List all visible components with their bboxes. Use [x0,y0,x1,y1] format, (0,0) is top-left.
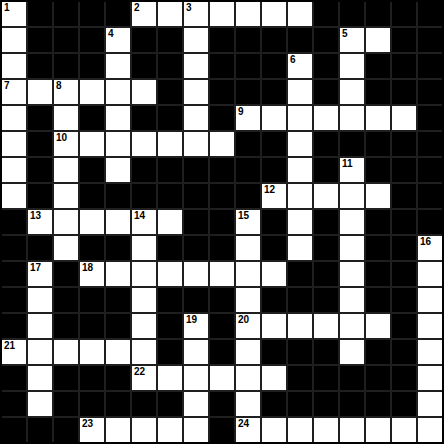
black-cell-r14c12 [314,366,338,390]
black-cell-r13c11 [288,340,312,364]
clue-number-13: 13 [30,210,41,221]
black-cell-r10c2 [54,262,78,286]
white-cell-r4c9[interactable]: 9 [236,106,260,130]
black-cell-r15c5 [132,392,156,416]
black-cell-r7c9 [236,184,260,208]
black-cell-r5c16 [418,132,442,156]
black-cell-r12c0 [2,314,26,338]
black-cell-r2c12 [314,54,338,78]
black-cell-r15c15 [392,392,416,416]
white-cell-r3c7[interactable] [184,80,208,104]
black-cell-r8c16 [418,210,442,234]
white-cell-r16c4[interactable] [106,418,130,442]
white-cell-r5c3[interactable] [80,132,104,156]
black-cell-r13c8 [210,340,234,364]
black-cell-r14c13 [340,366,364,390]
white-cell-r4c14[interactable] [366,106,390,130]
black-cell-r1c16 [418,28,442,52]
black-cell-r2c14 [366,54,390,78]
black-cell-r8c12 [314,210,338,234]
black-cell-r2c15 [392,54,416,78]
black-cell-r6c15 [392,158,416,182]
clue-number-20: 20 [238,314,249,325]
black-cell-r9c1 [28,236,52,260]
black-cell-r4c6 [158,106,182,130]
white-cell-r1c13[interactable]: 5 [340,28,364,52]
white-cell-r5c11[interactable] [288,132,312,156]
white-cell-r14c10[interactable] [262,366,286,390]
black-cell-r1c12 [314,28,338,52]
black-cell-r15c3 [80,392,104,416]
clue-number-4: 4 [108,28,114,39]
white-cell-r10c6[interactable] [158,262,182,286]
white-cell-r8c13[interactable] [340,210,364,234]
black-cell-r10c11 [288,262,312,286]
clue-number-6: 6 [290,54,296,65]
white-cell-r8c4[interactable] [106,210,130,234]
white-cell-r16c15[interactable] [392,418,416,442]
black-cell-r8c14 [366,210,390,234]
black-cell-r5c10 [262,132,286,156]
clue-number-23: 23 [82,418,93,429]
black-cell-r15c14 [366,392,390,416]
black-cell-r9c8 [210,236,234,260]
white-cell-r1c14[interactable] [366,28,390,52]
white-cell-r0c9[interactable] [236,2,260,26]
clue-number-16: 16 [420,236,431,247]
black-cell-r9c12 [314,236,338,260]
black-cell-r11c11 [288,288,312,312]
black-cell-r9c4 [106,236,130,260]
white-cell-r0c10[interactable] [262,2,286,26]
white-cell-r16c6[interactable] [158,418,182,442]
white-cell-r9c2[interactable] [54,236,78,260]
white-cell-r4c7[interactable] [184,106,208,130]
white-cell-r0c8[interactable] [210,2,234,26]
black-cell-r9c6 [158,236,182,260]
black-cell-r15c13 [340,392,364,416]
white-cell-r16c9[interactable]: 24 [236,418,260,442]
black-cell-r6c14 [366,158,390,182]
black-cell-r16c1 [28,418,52,442]
white-cell-r3c4[interactable] [106,80,130,104]
black-cell-r6c10 [262,158,286,182]
black-cell-r5c12 [314,132,338,156]
white-cell-r14c5[interactable]: 22 [132,366,156,390]
clue-number-2: 2 [134,2,140,13]
clue-number-9: 9 [238,106,244,117]
black-cell-r15c4 [106,392,130,416]
clue-number-10: 10 [56,132,67,143]
white-cell-r2c11[interactable]: 6 [288,54,312,78]
white-cell-r10c1[interactable]: 17 [28,262,52,286]
black-cell-r9c15 [392,236,416,260]
white-cell-r6c4[interactable] [106,158,130,182]
black-cell-r14c4 [106,366,130,390]
black-cell-r7c5 [132,184,156,208]
black-cell-r0c16 [418,2,442,26]
black-cell-r5c15 [392,132,416,156]
white-cell-r3c11[interactable] [288,80,312,104]
white-cell-r9c13[interactable] [340,236,364,260]
white-cell-r0c7[interactable]: 3 [184,2,208,26]
white-cell-r14c1[interactable] [28,366,52,390]
white-cell-r4c15[interactable] [392,106,416,130]
black-cell-r0c2 [54,2,78,26]
black-cell-r10c12 [314,262,338,286]
black-cell-r11c8 [210,288,234,312]
white-cell-r3c2[interactable]: 8 [54,80,78,104]
black-cell-r6c16 [418,158,442,182]
white-cell-r10c10[interactable] [262,262,286,286]
white-cell-r4c10[interactable] [262,106,286,130]
white-cell-r4c11[interactable] [288,106,312,130]
white-cell-r1c4[interactable]: 4 [106,28,130,52]
black-cell-r8c0 [2,210,26,234]
black-cell-r3c16 [418,80,442,104]
white-cell-r10c16[interactable] [418,262,442,286]
white-cell-r5c2[interactable]: 10 [54,132,78,156]
white-cell-r13c7[interactable] [184,340,208,364]
black-cell-r3c9 [236,80,260,104]
clue-number-17: 17 [30,262,41,273]
white-cell-r16c13[interactable] [340,418,364,442]
black-cell-r7c1 [28,184,52,208]
black-cell-r6c5 [132,158,156,182]
black-cell-r6c12 [314,158,338,182]
black-cell-r14c3 [80,366,104,390]
white-cell-r4c4[interactable] [106,106,130,130]
clue-number-12: 12 [264,184,275,195]
white-cell-r16c12[interactable] [314,418,338,442]
black-cell-r15c6 [158,392,182,416]
white-cell-r3c5[interactable] [132,80,156,104]
white-cell-r12c13[interactable] [340,314,364,338]
black-cell-r7c16 [418,184,442,208]
white-cell-r4c13[interactable] [340,106,364,130]
clue-number-22: 22 [134,366,145,377]
black-cell-r14c11 [288,366,312,390]
white-cell-r0c6[interactable] [158,2,182,26]
black-cell-r15c2 [54,392,78,416]
black-cell-r3c10 [262,80,286,104]
black-cell-r5c14 [366,132,390,156]
black-cell-r3c8 [210,80,234,104]
clue-number-21: 21 [4,340,15,351]
black-cell-r6c6 [158,158,182,182]
white-cell-r13c13[interactable] [340,340,364,364]
white-cell-r8c6[interactable] [158,210,182,234]
white-cell-r9c5[interactable] [132,236,156,260]
white-cell-r4c0[interactable] [2,106,26,130]
black-cell-r12c3 [80,314,104,338]
black-cell-r2c9 [236,54,260,78]
black-cell-r6c8 [210,158,234,182]
white-cell-r4c12[interactable] [314,106,338,130]
black-cell-r3c15 [392,80,416,104]
black-cell-r8c8 [210,210,234,234]
clue-number-24: 24 [238,418,249,429]
white-cell-r12c1[interactable] [28,314,52,338]
clue-number-7: 7 [4,80,10,91]
clue-number-15: 15 [238,210,249,221]
black-cell-r3c6 [158,80,182,104]
black-cell-r7c4 [106,184,130,208]
black-cell-r13c10 [262,340,286,364]
black-cell-r16c0 [2,418,26,442]
white-cell-r11c5[interactable] [132,288,156,312]
black-cell-r1c6 [158,28,182,52]
black-cell-r11c10 [262,288,286,312]
white-cell-r16c7[interactable] [184,418,208,442]
white-cell-r10c13[interactable] [340,262,364,286]
black-cell-r9c7 [184,236,208,260]
black-cell-r1c10 [262,28,286,52]
black-cell-r9c14 [366,236,390,260]
white-cell-r4c2[interactable] [54,106,78,130]
black-cell-r1c2 [54,28,78,52]
black-cell-r5c13 [340,132,364,156]
white-cell-r1c7[interactable] [184,28,208,52]
black-cell-r2c10 [262,54,286,78]
clue-number-19: 19 [186,314,197,325]
white-cell-r10c3[interactable]: 18 [80,262,104,286]
white-cell-r16c10[interactable] [262,418,286,442]
white-cell-r5c6[interactable] [158,132,182,156]
white-cell-r11c1[interactable] [28,288,52,312]
black-cell-r11c6 [158,288,182,312]
black-cell-r13c15 [392,340,416,364]
black-cell-r3c14 [366,80,390,104]
white-cell-r2c4[interactable] [106,54,130,78]
black-cell-r2c3 [80,54,104,78]
white-cell-r0c11[interactable] [288,2,312,26]
black-cell-r4c5 [132,106,156,130]
black-cell-r12c4 [106,314,130,338]
black-cell-r1c15 [392,28,416,52]
white-cell-r15c7[interactable] [184,392,208,416]
white-cell-r7c12[interactable] [314,184,338,208]
black-cell-r1c8 [210,28,234,52]
white-cell-r6c0[interactable] [2,158,26,182]
crossword-grid: 123456789101112131415161718192021222324 [0,0,444,444]
white-cell-r15c1[interactable] [28,392,52,416]
black-cell-r7c8 [210,184,234,208]
white-cell-r6c13[interactable]: 11 [340,158,364,182]
clue-number-5: 5 [342,28,348,39]
clue-number-3: 3 [186,2,192,13]
white-cell-r12c7[interactable]: 19 [184,314,208,338]
white-cell-r7c13[interactable] [340,184,364,208]
white-cell-r3c1[interactable] [28,80,52,104]
white-cell-r14c16[interactable] [418,366,442,390]
white-cell-r2c7[interactable] [184,54,208,78]
black-cell-r11c3 [80,288,104,312]
black-cell-r0c14 [366,2,390,26]
white-cell-r6c11[interactable] [288,158,312,182]
black-cell-r13c6 [158,340,182,364]
white-cell-r7c11[interactable] [288,184,312,208]
black-cell-r6c9 [236,158,260,182]
white-cell-r0c0[interactable]: 1 [2,2,26,26]
white-cell-r16c11[interactable] [288,418,312,442]
white-cell-r8c5[interactable]: 14 [132,210,156,234]
black-cell-r12c8 [210,314,234,338]
black-cell-r2c1 [28,54,52,78]
black-cell-r2c2 [54,54,78,78]
white-cell-r9c9[interactable] [236,236,260,260]
black-cell-r0c3 [80,2,104,26]
black-cell-r5c9 [236,132,260,156]
black-cell-r4c8 [210,106,234,130]
black-cell-r15c10 [262,392,286,416]
black-cell-r3c12 [314,80,338,104]
white-cell-r8c3[interactable] [80,210,104,234]
black-cell-r15c0 [2,392,26,416]
black-cell-r15c11 [288,392,312,416]
white-cell-r15c9[interactable] [236,392,260,416]
white-cell-r5c7[interactable] [184,132,208,156]
white-cell-r11c16[interactable] [418,288,442,312]
white-cell-r5c5[interactable] [132,132,156,156]
white-cell-r13c4[interactable] [106,340,130,364]
black-cell-r0c15 [392,2,416,26]
white-cell-r8c2[interactable] [54,210,78,234]
black-cell-r4c3 [80,106,104,130]
clue-number-14: 14 [134,210,145,221]
black-cell-r16c8 [210,418,234,442]
white-cell-r12c5[interactable] [132,314,156,338]
white-cell-r9c16[interactable]: 16 [418,236,442,260]
white-cell-r5c0[interactable] [2,132,26,156]
white-cell-r5c8[interactable] [210,132,234,156]
white-cell-r13c0[interactable]: 21 [2,340,26,364]
black-cell-r4c1 [28,106,52,130]
white-cell-r13c2[interactable] [54,340,78,364]
white-cell-r1c0[interactable] [2,28,26,52]
white-cell-r2c13[interactable] [340,54,364,78]
white-cell-r16c16[interactable] [418,418,442,442]
white-cell-r14c6[interactable] [158,366,182,390]
black-cell-r12c6 [158,314,182,338]
white-cell-r16c14[interactable] [366,418,390,442]
black-cell-r2c16 [418,54,442,78]
black-cell-r14c14 [366,366,390,390]
black-cell-r12c15 [392,314,416,338]
white-cell-r12c12[interactable] [314,314,338,338]
black-cell-r12c2 [54,314,78,338]
white-cell-r3c3[interactable] [80,80,104,104]
black-cell-r4c16 [418,106,442,130]
black-cell-r10c0 [2,262,26,286]
black-cell-r2c5 [132,54,156,78]
black-cell-r8c15 [392,210,416,234]
black-cell-r6c7 [184,158,208,182]
black-cell-r9c0 [2,236,26,260]
white-cell-r16c3[interactable]: 23 [80,418,104,442]
white-cell-r6c2[interactable] [54,158,78,182]
clue-number-1: 1 [4,2,10,13]
black-cell-r11c15 [392,288,416,312]
white-cell-r12c9[interactable]: 20 [236,314,260,338]
white-cell-r8c9[interactable]: 15 [236,210,260,234]
white-cell-r14c8[interactable] [210,366,234,390]
white-cell-r9c11[interactable] [288,236,312,260]
white-cell-r13c9[interactable] [236,340,260,364]
white-cell-r12c14[interactable] [366,314,390,338]
black-cell-r14c2 [54,366,78,390]
black-cell-r10c14 [366,262,390,286]
black-cell-r11c7 [184,288,208,312]
black-cell-r14c0 [2,366,26,390]
black-cell-r11c4 [106,288,130,312]
white-cell-r12c10[interactable] [262,314,286,338]
white-cell-r0c5[interactable]: 2 [132,2,156,26]
black-cell-r16c2 [54,418,78,442]
white-cell-r8c1[interactable]: 13 [28,210,52,234]
black-cell-r7c3 [80,184,104,208]
white-cell-r10c5[interactable] [132,262,156,286]
black-cell-r7c7 [184,184,208,208]
white-cell-r7c2[interactable] [54,184,78,208]
white-cell-r10c8[interactable] [210,262,234,286]
white-cell-r13c1[interactable] [28,340,52,364]
black-cell-r13c12 [314,340,338,364]
white-cell-r7c10[interactable]: 12 [262,184,286,208]
white-cell-r10c4[interactable] [106,262,130,286]
black-cell-r1c3 [80,28,104,52]
white-cell-r13c3[interactable] [80,340,104,364]
white-cell-r14c9[interactable] [236,366,260,390]
white-cell-r14c7[interactable] [184,366,208,390]
black-cell-r6c1 [28,158,52,182]
clue-number-11: 11 [342,158,353,169]
black-cell-r11c14 [366,288,390,312]
white-cell-r5c4[interactable] [106,132,130,156]
white-cell-r7c0[interactable] [2,184,26,208]
black-cell-r9c10 [262,236,286,260]
white-cell-r15c16[interactable] [418,392,442,416]
white-cell-r7c14[interactable] [366,184,390,208]
white-cell-r2c0[interactable] [2,54,26,78]
black-cell-r8c7 [184,210,208,234]
black-cell-r8c10 [262,210,286,234]
white-cell-r10c9[interactable] [236,262,260,286]
white-cell-r11c13[interactable] [340,288,364,312]
black-cell-r15c12 [314,392,338,416]
clue-number-18: 18 [82,262,93,273]
black-cell-r1c5 [132,28,156,52]
white-cell-r16c5[interactable] [132,418,156,442]
black-cell-r1c9 [236,28,260,52]
white-cell-r3c13[interactable] [340,80,364,104]
white-cell-r12c11[interactable] [288,314,312,338]
white-cell-r11c9[interactable] [236,288,260,312]
black-cell-r9c3 [80,236,104,260]
black-cell-r10c15 [392,262,416,286]
white-cell-r8c11[interactable] [288,210,312,234]
white-cell-r3c0[interactable]: 7 [2,80,26,104]
white-cell-r13c5[interactable] [132,340,156,364]
black-cell-r7c15 [392,184,416,208]
white-cell-r13c16[interactable] [418,340,442,364]
clue-number-8: 8 [56,80,62,91]
black-cell-r6c3 [80,158,104,182]
black-cell-r0c13 [340,2,364,26]
white-cell-r12c16[interactable] [418,314,442,338]
black-cell-r5c1 [28,132,52,156]
white-cell-r10c7[interactable] [184,262,208,286]
